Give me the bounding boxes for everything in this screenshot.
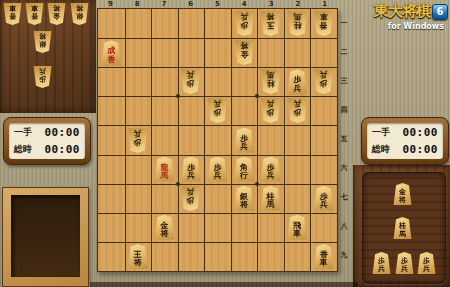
file-label-2: 2: [284, 0, 311, 8]
piece-kanji: 歩: [187, 79, 195, 88]
sente-clock-move-time: 00:00: [402, 126, 438, 139]
piece-kanji: 歩: [293, 108, 301, 117]
piece-89-K[interactable]: 王将: [127, 244, 148, 269]
file-label-6: 6: [177, 0, 204, 8]
piece-kanji: 香: [320, 21, 328, 30]
piece-kanji: 兵: [423, 266, 430, 274]
piece-kanji: 兵: [320, 70, 328, 79]
piece-kanji: 兵: [267, 99, 275, 108]
piece-kanji: 歩: [39, 75, 46, 83]
piece-kanji: 玉: [267, 21, 275, 30]
piece-85-p[interactable]: 歩兵: [127, 128, 148, 153]
empty-piece-box-interior: [11, 195, 80, 277]
grid-line-horizontal: [98, 67, 337, 68]
star-point: [176, 182, 180, 186]
piece-33-n[interactable]: 桂馬: [260, 69, 281, 94]
piece-11-l[interactable]: 香車: [313, 11, 334, 36]
piece-13-p[interactable]: 歩兵: [313, 69, 334, 94]
file-label-4: 4: [231, 0, 258, 8]
piece-19-L[interactable]: 香車: [313, 244, 334, 269]
piece-kanji: 歩: [214, 108, 222, 117]
piece-kanji: 金: [240, 50, 248, 59]
grid-line-vertical: [310, 9, 311, 271]
table-edge-shadow: [90, 282, 358, 287]
rank-label-1: 一: [338, 8, 350, 37]
grid-line-vertical: [125, 9, 126, 271]
piece-24-p[interactable]: 歩兵: [287, 98, 308, 123]
piece-kanji: 馬: [160, 172, 168, 181]
piece-kanji: 将: [53, 4, 60, 12]
gote-clock-total-label: 総時: [14, 143, 32, 156]
piece-kanji: 歩: [134, 137, 142, 146]
piece-kanji: 兵: [134, 129, 142, 138]
piece-kanji: 兵: [320, 201, 328, 210]
piece-kanji: 歩: [240, 21, 248, 30]
rank-label-5: 五: [338, 124, 350, 153]
piece-kanji: 歩: [267, 108, 275, 117]
gote-clock: 一手 00:00 総時 00:00: [3, 117, 91, 165]
piece-36-P[interactable]: 歩兵: [260, 157, 281, 182]
grid-line-vertical: [284, 9, 285, 271]
gote-clock-face: 一手 00:00 総時 00:00: [9, 123, 85, 159]
grid-line-horizontal: [98, 184, 337, 185]
piece-47-S[interactable]: 銀将: [234, 186, 255, 211]
piece-kanji: 香: [31, 12, 38, 20]
piece-kanji: 兵: [293, 85, 301, 94]
piece-kanji: 兵: [378, 266, 385, 274]
grid-line-vertical: [151, 9, 152, 271]
piece-kanji: 兵: [214, 99, 222, 108]
gote-clock-total-time: 00:00: [44, 143, 80, 156]
piece-56-P[interactable]: 歩兵: [207, 157, 228, 182]
piece-kanji: 兵: [187, 172, 195, 181]
file-label-9: 9: [97, 0, 124, 8]
star-point: [255, 182, 259, 186]
star-point: [176, 94, 180, 98]
sente-clock-face: 一手 00:00 総時 00:00: [367, 123, 443, 159]
grid-line-horizontal: [98, 213, 337, 214]
rank-label-6: 六: [338, 154, 350, 183]
piece-kanji: 将: [160, 230, 168, 239]
file-label-7: 7: [151, 0, 178, 8]
grid-line-horizontal: [98, 125, 337, 126]
piece-46-B[interactable]: 角行: [234, 157, 255, 182]
piece-kanji: 将: [76, 4, 83, 12]
piece-kanji: 歩: [320, 79, 328, 88]
piece-45-P[interactable]: 歩兵: [234, 128, 255, 153]
piece-kanji: 兵: [401, 266, 408, 274]
rank-label-3: 三: [338, 66, 350, 95]
piece-63-p[interactable]: 歩兵: [180, 69, 201, 94]
file-label-8: 8: [124, 0, 151, 8]
gote-clock-move-time: 00:00: [44, 126, 80, 139]
piece-21-n[interactable]: 桂馬: [287, 11, 308, 36]
piece-kanji: 金: [53, 12, 60, 20]
piece-34-p[interactable]: 歩兵: [260, 98, 281, 123]
rank-label-4: 四: [338, 95, 350, 124]
piece-kanji: 兵: [293, 99, 301, 108]
shogi-board[interactable]: 歩兵玉将桂馬香車成香金将歩兵桂馬歩兵歩兵歩兵歩兵歩兵歩兵歩兵龍馬歩兵歩兵角行歩兵…: [97, 8, 338, 272]
gote-clock-move-label: 一手: [14, 126, 32, 139]
piece-kanji: 将: [399, 197, 406, 205]
piece-67-p[interactable]: 歩兵: [180, 186, 201, 211]
file-label-1: 1: [311, 0, 338, 8]
piece-kanji: 馬: [267, 201, 275, 210]
star-point: [255, 94, 259, 98]
grid-line-horizontal: [98, 155, 337, 156]
piece-42-g[interactable]: 金将: [234, 40, 255, 65]
shogi-app-window: 987654321 一二三四五六七八九 歩兵玉将桂馬香車成香金将歩兵桂馬歩兵歩兵…: [0, 0, 450, 287]
piece-kanji: 銀: [39, 40, 46, 48]
piece-kanji: 馬: [267, 70, 275, 79]
rank-label-8: 八: [338, 212, 350, 241]
piece-kanji: 歩: [187, 195, 195, 204]
piece-54-p[interactable]: 歩兵: [207, 98, 228, 123]
piece-kanji: 兵: [39, 67, 46, 75]
piece-kanji: 将: [134, 259, 142, 268]
piece-kanji: 桂: [267, 79, 275, 88]
logo-title: 東大将棋: [374, 2, 430, 21]
piece-kanji: 車: [320, 259, 328, 268]
app-logo: 東大将棋6 for Windows: [350, 2, 448, 31]
sente-clock-total-label: 総時: [372, 143, 390, 156]
rank-label-9: 九: [338, 241, 350, 270]
piece-76-+B[interactable]: 龍馬: [154, 157, 175, 182]
piece-66-P[interactable]: 歩兵: [180, 157, 201, 182]
file-label-5: 5: [204, 0, 231, 8]
piece-kanji: 将: [240, 41, 248, 50]
piece-kanji: 馬: [399, 231, 406, 239]
piece-41-p[interactable]: 歩兵: [234, 11, 255, 36]
piece-kanji: 銀: [76, 12, 83, 20]
piece-kanji: 行: [240, 172, 248, 181]
piece-37-N[interactable]: 桂馬: [260, 186, 281, 211]
logo-subtitle: for Windows: [350, 22, 448, 31]
piece-78-G[interactable]: 金将: [154, 215, 175, 240]
grid-line-vertical: [178, 9, 179, 271]
piece-kanji: 将: [39, 32, 46, 40]
piece-kanji: 兵: [214, 172, 222, 181]
piece-kanji: 車: [320, 12, 328, 21]
rank-label-2: 二: [338, 37, 350, 66]
piece-kanji: 将: [240, 201, 248, 210]
piece-23-P[interactable]: 歩兵: [287, 69, 308, 94]
grid-line-horizontal: [98, 96, 337, 97]
piece-kanji: 車: [293, 230, 301, 239]
sente-clock-move-label: 一手: [372, 126, 390, 139]
rank-label-7: 七: [338, 183, 350, 212]
grid-line-vertical: [257, 9, 258, 271]
rank-coordinates: 一二三四五六七八九: [338, 8, 350, 270]
piece-kanji: 香: [107, 56, 115, 65]
piece-28-R[interactable]: 飛車: [287, 215, 308, 240]
piece-kanji: 兵: [267, 172, 275, 181]
piece-31-j[interactable]: 玉将: [260, 11, 281, 36]
sente-clock-total-time: 00:00: [402, 143, 438, 156]
empty-piece-box: [2, 187, 89, 287]
grid-line-horizontal: [98, 242, 337, 243]
piece-kanji: 車: [31, 4, 38, 12]
piece-kanji: 桂: [293, 21, 301, 30]
logo-version-badge: 6: [432, 4, 448, 20]
piece-kanji: 兵: [187, 70, 195, 79]
grid-line-vertical: [204, 9, 205, 271]
piece-kanji: 香: [9, 12, 16, 20]
piece-kanji: 兵: [240, 143, 248, 152]
file-label-3: 3: [258, 0, 285, 8]
piece-17-P[interactable]: 歩兵: [313, 186, 334, 211]
piece-kanji: 馬: [293, 12, 301, 21]
sente-clock: 一手 00:00 総時 00:00: [361, 117, 449, 165]
piece-kanji: 兵: [240, 12, 248, 21]
piece-kanji: 車: [9, 4, 16, 12]
grid-line-horizontal: [98, 38, 337, 39]
piece-kanji: 将: [267, 12, 275, 21]
piece-92-+L[interactable]: 成香: [101, 40, 122, 65]
file-coordinates: 987654321: [97, 0, 338, 8]
grid-line-vertical: [231, 9, 232, 271]
piece-kanji: 兵: [187, 187, 195, 196]
